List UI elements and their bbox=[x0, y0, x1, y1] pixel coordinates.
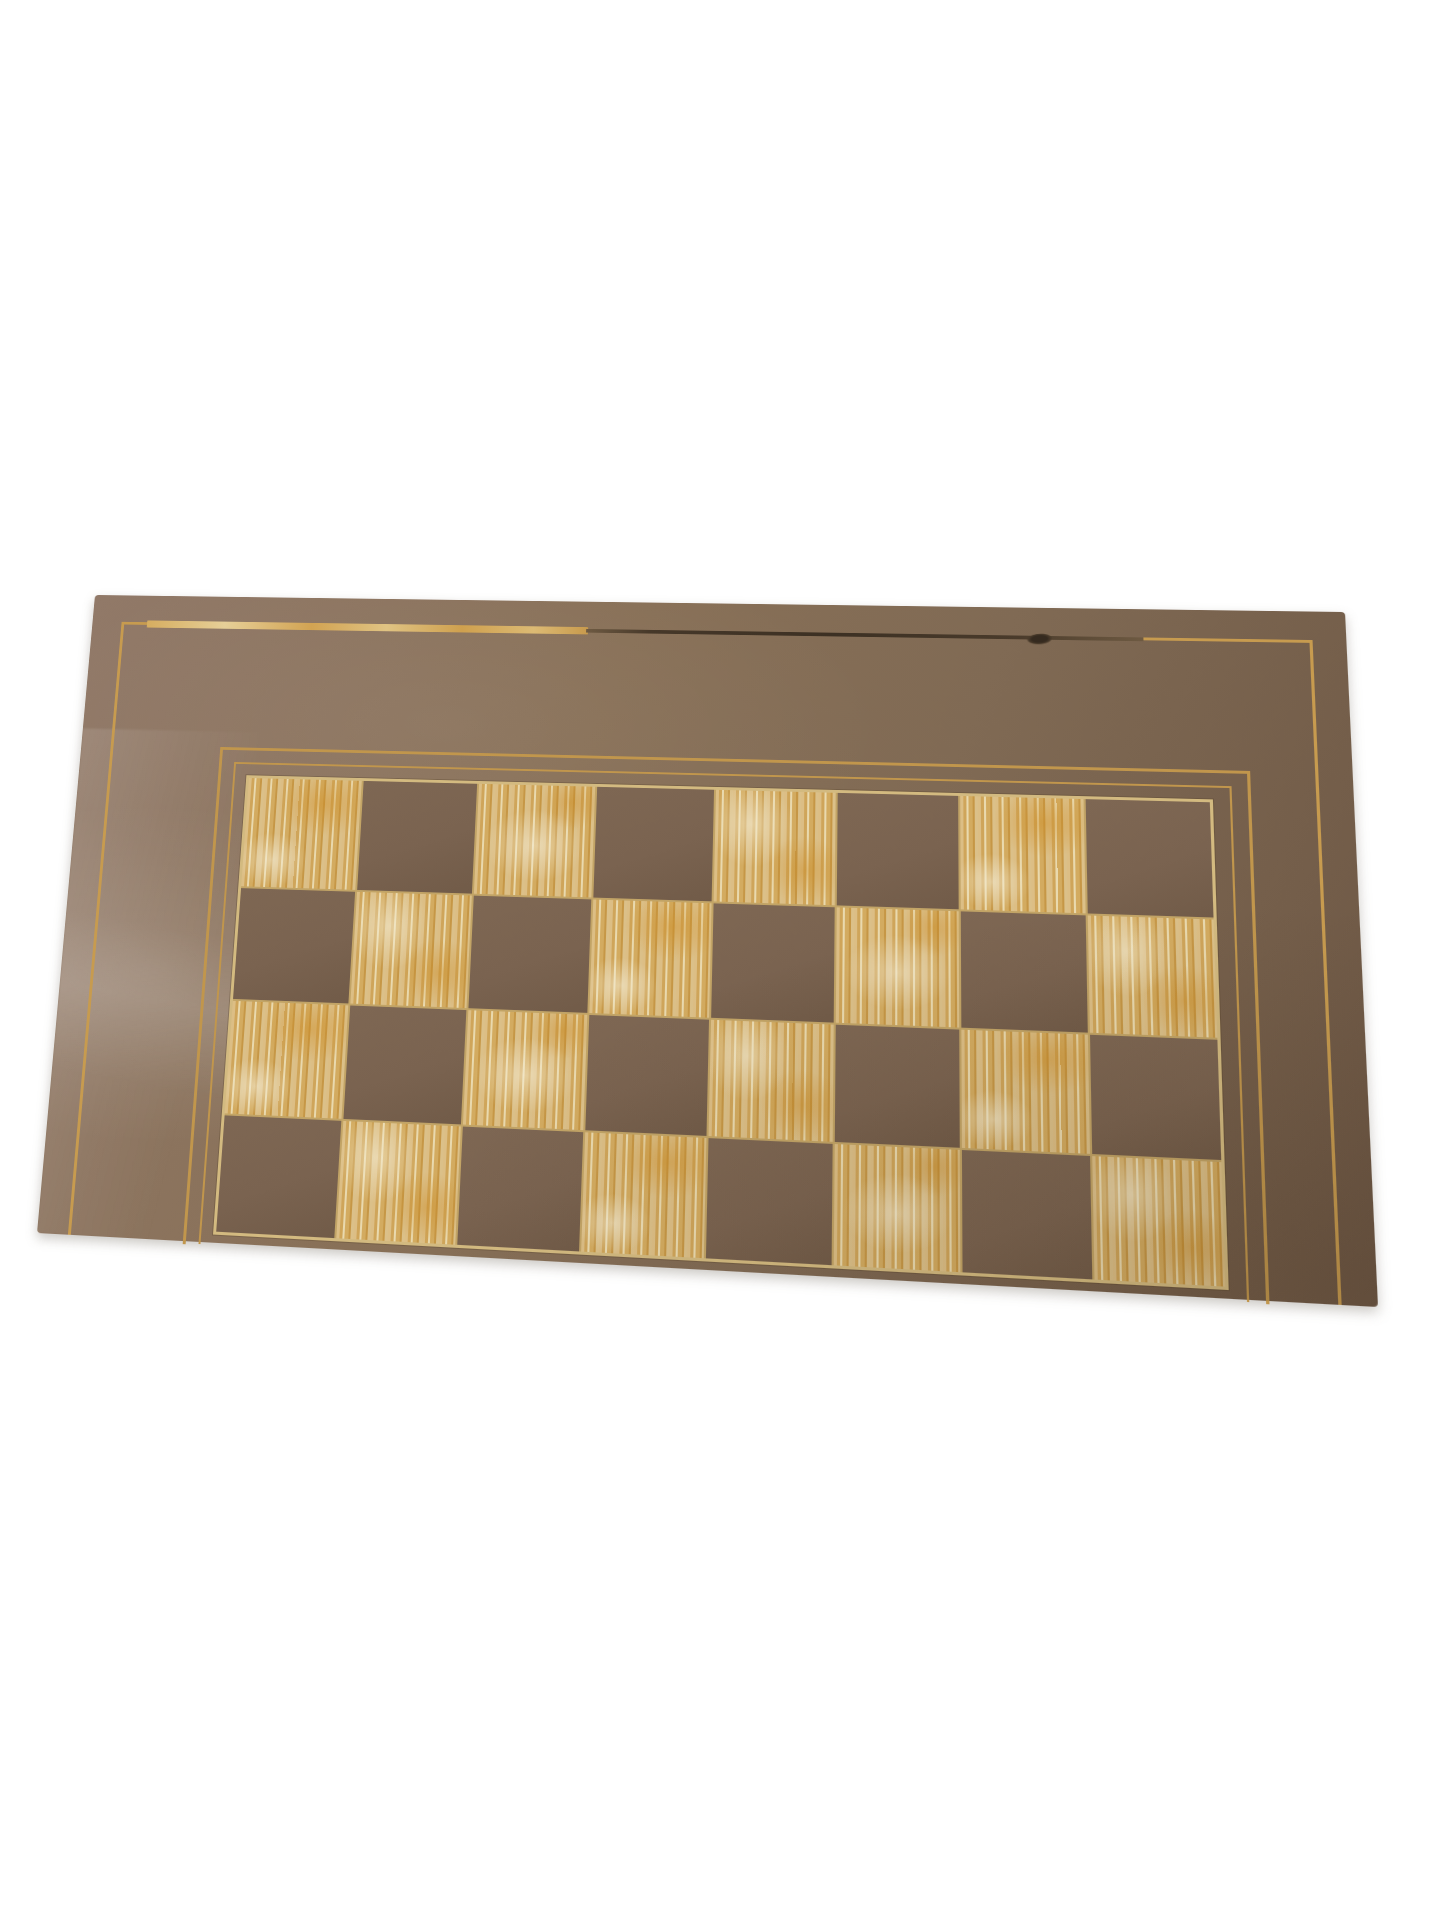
square-d6 bbox=[585, 1014, 709, 1136]
square-b7 bbox=[350, 892, 472, 1008]
square-f7 bbox=[835, 907, 959, 1027]
square-b6 bbox=[343, 1005, 466, 1125]
square-d7 bbox=[589, 899, 712, 1017]
square-a8 bbox=[241, 778, 361, 890]
square-c8 bbox=[474, 784, 595, 897]
square-f8 bbox=[836, 793, 958, 909]
square-b8 bbox=[357, 781, 477, 893]
square-f5 bbox=[833, 1144, 960, 1272]
square-a7 bbox=[233, 888, 355, 1003]
square-g8 bbox=[960, 796, 1085, 913]
square-c6 bbox=[463, 1010, 587, 1131]
square-d5 bbox=[581, 1133, 707, 1259]
square-d8 bbox=[593, 787, 714, 901]
square-c7 bbox=[468, 895, 590, 1012]
square-h8 bbox=[1085, 799, 1213, 917]
square-e7 bbox=[711, 903, 834, 1022]
square-a5 bbox=[216, 1116, 341, 1238]
square-a6 bbox=[225, 1000, 348, 1119]
square-e6 bbox=[709, 1019, 834, 1142]
game-board bbox=[37, 595, 1378, 1307]
square-e8 bbox=[714, 790, 836, 905]
square-b5 bbox=[336, 1121, 461, 1245]
square-h6 bbox=[1089, 1034, 1221, 1160]
square-f6 bbox=[834, 1024, 960, 1148]
square-c5 bbox=[457, 1127, 582, 1252]
checkerboard-grid bbox=[213, 775, 1229, 1290]
square-h7 bbox=[1087, 915, 1217, 1037]
square-e5 bbox=[706, 1138, 832, 1265]
product-photo bbox=[0, 0, 1440, 1919]
square-g6 bbox=[961, 1029, 1089, 1154]
square-h5 bbox=[1092, 1156, 1226, 1286]
square-g5 bbox=[962, 1150, 1092, 1279]
square-g7 bbox=[961, 911, 1087, 1032]
